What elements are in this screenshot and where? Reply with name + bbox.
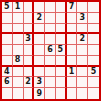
sudoku-cell-empty-r5c9[interactable] [88, 45, 99, 56]
sudoku-cell-given-r5c6[interactable]: 5 [56, 45, 67, 56]
sudoku-cell-empty-r8c6[interactable] [56, 77, 67, 88]
sudoku-cell-empty-r2c6[interactable] [56, 13, 67, 24]
sudoku-cell-empty-r7c2[interactable] [13, 67, 24, 78]
sudoku-cell-empty-r5c2[interactable] [13, 45, 24, 56]
sudoku-cell-given-r5c5[interactable]: 6 [45, 45, 56, 56]
digit: 2 [25, 78, 31, 86]
digit: 1 [15, 3, 21, 11]
sudoku-cell-given-r2c8[interactable]: 3 [77, 13, 88, 24]
sudoku-cell-empty-r8c5[interactable] [45, 77, 56, 88]
sudoku-cell-empty-r6c9[interactable] [88, 56, 99, 67]
sudoku-cell-empty-r9c8[interactable] [77, 88, 88, 99]
sudoku-cell-given-r8c3[interactable]: 2 [24, 77, 35, 88]
sudoku-cell-empty-r9c3[interactable] [24, 88, 35, 99]
sudoku-cell-given-r9c4[interactable]: 9 [34, 88, 45, 99]
digit: 7 [69, 3, 75, 11]
sudoku-cell-empty-r6c1[interactable] [2, 56, 13, 67]
sudoku-cell-given-r7c1[interactable]: 4 [2, 67, 13, 78]
digit: 5 [91, 68, 97, 76]
sudoku-cell-empty-r9c2[interactable] [13, 88, 24, 99]
sudoku-cell-empty-r7c5[interactable] [45, 67, 56, 78]
sudoku-cell-empty-r4c6[interactable] [56, 34, 67, 45]
sudoku-cell-empty-r4c9[interactable] [88, 34, 99, 45]
sudoku-cell-empty-r9c9[interactable] [88, 88, 99, 99]
sudoku-cell-empty-r3c8[interactable] [77, 24, 88, 35]
sudoku-cell-empty-r2c1[interactable] [2, 13, 13, 24]
sudoku-cell-empty-r4c1[interactable] [2, 34, 13, 45]
digit: 5 [57, 46, 63, 54]
sudoku-cell-given-r7c7[interactable]: 1 [67, 67, 78, 78]
sudoku-cell-empty-r3c4[interactable] [34, 24, 45, 35]
sudoku-cell-empty-r3c5[interactable] [45, 24, 56, 35]
sudoku-cell-empty-r1c3[interactable] [24, 2, 35, 13]
sudoku-cell-empty-r6c4[interactable] [34, 56, 45, 67]
sudoku-cell-given-r2c4[interactable]: 2 [34, 13, 45, 24]
sudoku-cell-empty-r4c7[interactable] [67, 34, 78, 45]
sudoku-cell-empty-r6c5[interactable] [45, 56, 56, 67]
sudoku-cell-empty-r3c9[interactable] [88, 24, 99, 35]
sudoku-cell-given-r4c8[interactable]: 2 [77, 34, 88, 45]
digit: 2 [80, 35, 86, 43]
sudoku-cell-empty-r4c4[interactable] [34, 34, 45, 45]
sudoku-cell-empty-r5c7[interactable] [67, 45, 78, 56]
sudoku-cell-given-r8c1[interactable]: 6 [2, 77, 13, 88]
sudoku-cell-empty-r9c7[interactable] [67, 88, 78, 99]
digit: 4 [4, 68, 10, 76]
sudoku-cell-empty-r9c6[interactable] [56, 88, 67, 99]
sudoku-cell-empty-r2c2[interactable] [13, 13, 24, 24]
sudoku-cell-empty-r8c8[interactable] [77, 77, 88, 88]
digit: 1 [69, 68, 75, 76]
sudoku-cell-empty-r1c5[interactable] [45, 2, 56, 13]
sudoku-cell-empty-r5c1[interactable] [2, 45, 13, 56]
sudoku-cell-empty-r8c2[interactable] [13, 77, 24, 88]
sudoku-cell-empty-r1c6[interactable] [56, 2, 67, 13]
sudoku-cell-empty-r5c8[interactable] [77, 45, 88, 56]
digit: 8 [15, 56, 21, 64]
sudoku-cell-given-r7c9[interactable]: 5 [88, 67, 99, 78]
sudoku-cell-empty-r6c7[interactable] [67, 56, 78, 67]
sudoku-cell-given-r6c2[interactable]: 8 [13, 56, 24, 67]
sudoku-cell-empty-r2c3[interactable] [24, 13, 35, 24]
sudoku-cell-given-r8c4[interactable]: 3 [34, 77, 45, 88]
sudoku-cell-empty-r6c3[interactable] [24, 56, 35, 67]
sudoku-cell-empty-r7c8[interactable] [77, 67, 88, 78]
sudoku-cell-given-r4c3[interactable]: 3 [24, 34, 35, 45]
sudoku-cell-empty-r7c3[interactable] [24, 67, 35, 78]
sudoku-cell-empty-r6c6[interactable] [56, 56, 67, 67]
digit: 3 [25, 35, 31, 43]
sudoku-cell-empty-r6c8[interactable] [77, 56, 88, 67]
digit: 6 [47, 46, 53, 54]
digit: 3 [80, 14, 86, 22]
sudoku-cell-given-r1c2[interactable]: 1 [13, 2, 24, 13]
sudoku-cell-empty-r7c6[interactable] [56, 67, 67, 78]
sudoku-cell-empty-r2c9[interactable] [88, 13, 99, 24]
sudoku-cell-empty-r3c3[interactable] [24, 24, 35, 35]
sudoku-cell-empty-r4c5[interactable] [45, 34, 56, 45]
sudoku-cell-empty-r1c8[interactable] [77, 2, 88, 13]
sudoku-cell-empty-r3c2[interactable] [13, 24, 24, 35]
sudoku-cell-empty-r3c1[interactable] [2, 24, 13, 35]
sudoku-cell-given-r1c7[interactable]: 7 [67, 2, 78, 13]
sudoku-cell-empty-r1c9[interactable] [88, 2, 99, 13]
sudoku-cell-empty-r8c7[interactable] [67, 77, 78, 88]
sudoku-cell-empty-r5c4[interactable] [34, 45, 45, 56]
sudoku-cell-empty-r5c3[interactable] [24, 45, 35, 56]
sudoku-cell-empty-r7c4[interactable] [34, 67, 45, 78]
sudoku-cell-empty-r2c7[interactable] [67, 13, 78, 24]
sudoku-cell-given-r1c1[interactable]: 5 [2, 2, 13, 13]
sudoku-cell-empty-r4c2[interactable] [13, 34, 24, 45]
digit: 5 [4, 3, 10, 11]
digit: 6 [4, 78, 10, 86]
digit: 9 [36, 90, 42, 98]
sudoku-cell-empty-r2c5[interactable] [45, 13, 56, 24]
digit: 2 [36, 14, 42, 22]
sudoku-cell-empty-r9c1[interactable] [2, 88, 13, 99]
sudoku-cell-empty-r1c4[interactable] [34, 2, 45, 13]
sudoku-cell-empty-r3c6[interactable] [56, 24, 67, 35]
sudoku-cell-empty-r3c7[interactable] [67, 24, 78, 35]
sudoku-cell-empty-r9c5[interactable] [45, 88, 56, 99]
digit: 3 [36, 78, 42, 86]
sudoku-board: 51723326584156239 [0, 0, 101, 101]
sudoku-cell-empty-r8c9[interactable] [88, 77, 99, 88]
